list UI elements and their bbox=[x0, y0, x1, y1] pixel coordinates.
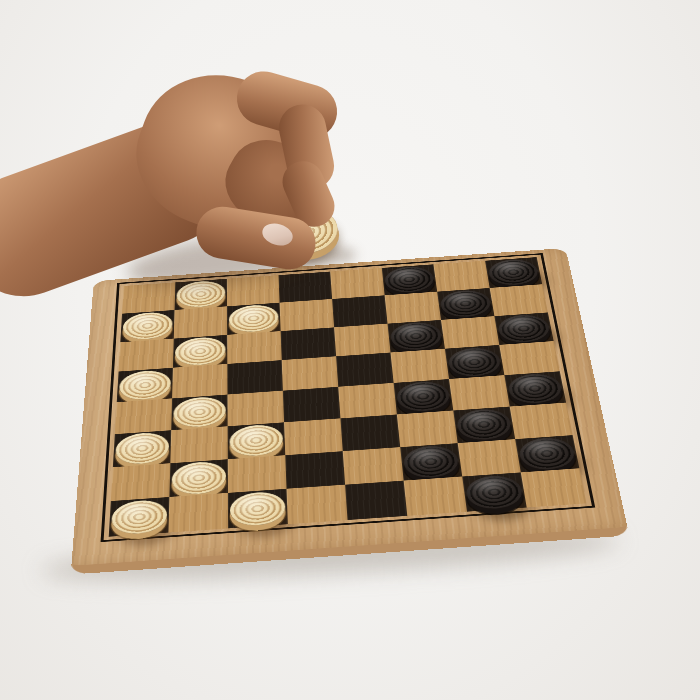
light-man-r2c3 bbox=[229, 304, 278, 334]
square-r2c6 bbox=[385, 292, 441, 324]
checkers-board bbox=[71, 248, 630, 575]
dark-man-r5c6 bbox=[396, 380, 451, 413]
square-r7c4 bbox=[285, 451, 345, 489]
square-r1c5 bbox=[330, 268, 384, 299]
square-r6c3 bbox=[228, 422, 286, 459]
light-man-r7c2 bbox=[172, 460, 226, 495]
square-r5c5 bbox=[338, 383, 397, 418]
square-r5c6 bbox=[394, 379, 454, 414]
square-r2c2 bbox=[174, 306, 227, 338]
square-r8c6 bbox=[404, 477, 467, 516]
square-r8c8 bbox=[521, 468, 587, 507]
square-r1c4 bbox=[279, 272, 333, 303]
square-r7c6 bbox=[400, 443, 462, 481]
square-r4c1 bbox=[117, 368, 173, 402]
square-r6c4 bbox=[284, 418, 343, 455]
square-r8c7 bbox=[462, 473, 526, 512]
square-r5c7 bbox=[449, 375, 510, 410]
square-r2c5 bbox=[332, 295, 387, 327]
square-r7c1 bbox=[111, 463, 171, 501]
square-r7c7 bbox=[458, 439, 521, 477]
square-r2c4 bbox=[280, 299, 334, 331]
square-r1c1 bbox=[122, 282, 175, 313]
light-man-r5c2 bbox=[174, 396, 226, 429]
square-r3c8 bbox=[494, 312, 553, 345]
square-r2c3 bbox=[227, 303, 281, 335]
dark-man-r7c8 bbox=[518, 436, 577, 471]
square-r7c8 bbox=[515, 435, 579, 473]
square-r1c7 bbox=[433, 261, 489, 292]
dark-man-r3c6 bbox=[390, 321, 443, 351]
square-r6c7 bbox=[453, 406, 515, 442]
square-r8c5 bbox=[345, 481, 407, 520]
board-grid bbox=[109, 257, 587, 537]
square-r3c7 bbox=[441, 316, 499, 349]
square-r6c8 bbox=[510, 402, 573, 438]
square-r4c5 bbox=[336, 353, 394, 387]
dark-man-r6c7 bbox=[456, 408, 513, 442]
dark-man-r4c7 bbox=[447, 346, 502, 377]
dark-man-r8c7 bbox=[465, 474, 524, 510]
square-r4c8 bbox=[499, 341, 559, 375]
square-r4c7 bbox=[445, 345, 504, 379]
dark-man-r3c8 bbox=[497, 313, 552, 343]
square-r2c7 bbox=[437, 288, 494, 320]
square-r3c3 bbox=[227, 331, 282, 364]
square-r1c6 bbox=[382, 264, 437, 295]
square-r5c8 bbox=[504, 371, 566, 406]
square-r5c2 bbox=[171, 395, 227, 431]
light-man-r4c1 bbox=[119, 369, 171, 401]
square-r4c2 bbox=[172, 364, 227, 398]
light-man-r2c1 bbox=[123, 311, 173, 341]
dark-man-r1c8 bbox=[487, 258, 540, 286]
light-man-r6c3 bbox=[230, 424, 283, 458]
light-man-r8c1 bbox=[111, 499, 167, 536]
dark-man-r7c6 bbox=[403, 444, 460, 479]
square-r8c3 bbox=[228, 489, 288, 528]
square-r2c1 bbox=[120, 310, 174, 342]
square-r8c1 bbox=[109, 497, 170, 537]
dark-man-r1c6 bbox=[384, 265, 435, 293]
square-r3c2 bbox=[173, 335, 227, 368]
square-r3c1 bbox=[119, 338, 174, 371]
board-perspective-wrapper bbox=[71, 248, 630, 575]
square-r6c6 bbox=[397, 410, 458, 447]
square-r7c5 bbox=[343, 447, 404, 485]
square-r5c1 bbox=[115, 398, 172, 434]
square-r3c5 bbox=[334, 323, 390, 356]
square-r7c2 bbox=[169, 459, 228, 497]
square-r3c6 bbox=[388, 320, 445, 353]
square-r7c3 bbox=[228, 455, 287, 493]
dark-man-r5c8 bbox=[507, 373, 564, 405]
square-r4c4 bbox=[282, 356, 339, 390]
square-r8c2 bbox=[168, 493, 228, 533]
light-man-r8c3 bbox=[230, 490, 285, 526]
square-r6c1 bbox=[113, 430, 171, 467]
square-r6c2 bbox=[170, 426, 227, 463]
square-r3c4 bbox=[281, 327, 336, 360]
playing-area bbox=[109, 257, 587, 537]
square-r2c8 bbox=[490, 284, 548, 316]
light-man-r6c1 bbox=[115, 431, 169, 465]
light-man-r3c2 bbox=[175, 336, 225, 367]
square-r1c8 bbox=[485, 257, 542, 288]
square-r5c4 bbox=[283, 387, 341, 422]
square-r8c4 bbox=[287, 485, 348, 524]
square-r5c3 bbox=[227, 391, 284, 426]
square-r6c5 bbox=[340, 414, 400, 451]
square-r4c6 bbox=[391, 349, 449, 383]
photo-scene bbox=[0, 0, 700, 700]
square-r4c3 bbox=[227, 360, 283, 394]
dark-man-r2c7 bbox=[439, 289, 492, 318]
